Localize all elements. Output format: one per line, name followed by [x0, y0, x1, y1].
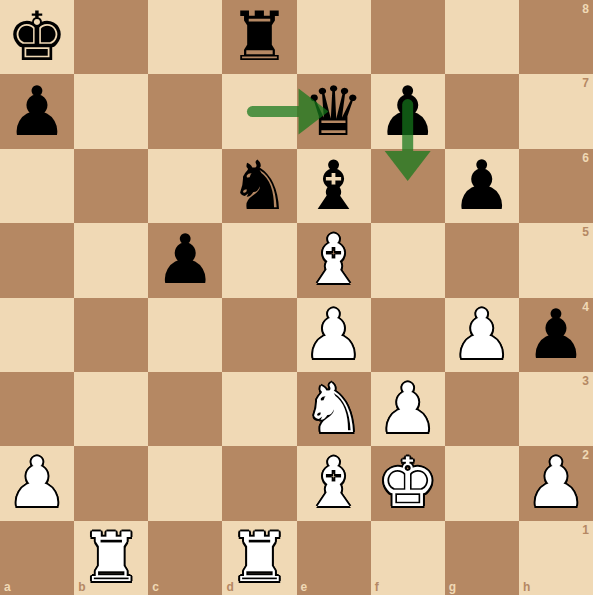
piece-black-queen-e7[interactable]: ♛	[303, 78, 364, 146]
square-g6[interactable]: ♟	[445, 149, 519, 223]
square-a1[interactable]: a	[0, 521, 74, 595]
square-d4[interactable]	[222, 298, 296, 372]
square-b3[interactable]	[74, 372, 148, 446]
file-label-b: b	[78, 581, 85, 593]
piece-white-bishop-e5[interactable]: ♝	[303, 226, 364, 294]
piece-white-rook-d1[interactable]: ♜	[229, 524, 290, 592]
square-b7[interactable]	[74, 74, 148, 148]
square-g3[interactable]	[445, 372, 519, 446]
square-c1[interactable]: c	[148, 521, 222, 595]
square-c5[interactable]: ♟	[148, 223, 222, 297]
piece-white-bishop-e2[interactable]: ♝	[303, 449, 364, 517]
piece-black-knight-d6[interactable]: ♞	[229, 152, 290, 220]
square-a4[interactable]	[0, 298, 74, 372]
square-f3[interactable]: ♟	[371, 372, 445, 446]
square-h7[interactable]: 7	[519, 74, 593, 148]
square-h3[interactable]: 3	[519, 372, 593, 446]
file-label-e: e	[301, 581, 308, 593]
square-h2[interactable]: ♟2	[519, 446, 593, 520]
piece-black-rook-d8[interactable]: ♜	[229, 3, 290, 71]
square-e5[interactable]: ♝	[297, 223, 371, 297]
rank-label-4: 4	[582, 301, 589, 313]
square-g5[interactable]	[445, 223, 519, 297]
square-e1[interactable]: e	[297, 521, 371, 595]
square-h1[interactable]: 1h	[519, 521, 593, 595]
piece-white-pawn-f3[interactable]: ♟	[377, 375, 438, 443]
piece-black-bishop-e6[interactable]: ♝	[303, 152, 364, 220]
square-d8[interactable]: ♜	[222, 0, 296, 74]
square-d3[interactable]	[222, 372, 296, 446]
rank-label-3: 3	[582, 375, 589, 387]
square-b6[interactable]	[74, 149, 148, 223]
piece-white-pawn-e4[interactable]: ♟	[303, 301, 364, 369]
square-g1[interactable]: g	[445, 521, 519, 595]
file-label-c: c	[152, 581, 159, 593]
square-c2[interactable]	[148, 446, 222, 520]
square-h8[interactable]: 8	[519, 0, 593, 74]
square-b4[interactable]	[74, 298, 148, 372]
rank-label-7: 7	[582, 77, 589, 89]
rank-label-1: 1	[582, 524, 589, 536]
square-a5[interactable]	[0, 223, 74, 297]
piece-white-rook-b1[interactable]: ♜	[81, 524, 142, 592]
piece-white-pawn-a2[interactable]: ♟	[7, 449, 68, 517]
square-g2[interactable]	[445, 446, 519, 520]
square-h4[interactable]: ♟4	[519, 298, 593, 372]
square-b2[interactable]	[74, 446, 148, 520]
square-h5[interactable]: 5	[519, 223, 593, 297]
square-e2[interactable]: ♝	[297, 446, 371, 520]
square-b1[interactable]: ♜b	[74, 521, 148, 595]
square-d2[interactable]	[222, 446, 296, 520]
rank-label-6: 6	[582, 152, 589, 164]
square-d1[interactable]: ♜d	[222, 521, 296, 595]
square-c7[interactable]	[148, 74, 222, 148]
piece-black-pawn-g6[interactable]: ♟	[451, 152, 512, 220]
square-f4[interactable]	[371, 298, 445, 372]
piece-white-pawn-g4[interactable]: ♟	[451, 301, 512, 369]
square-e7[interactable]: ♛	[297, 74, 371, 148]
square-f7[interactable]: ♟	[371, 74, 445, 148]
square-c8[interactable]	[148, 0, 222, 74]
square-b8[interactable]	[74, 0, 148, 74]
square-f1[interactable]: f	[371, 521, 445, 595]
square-f2[interactable]: ♚	[371, 446, 445, 520]
square-d5[interactable]	[222, 223, 296, 297]
square-c4[interactable]	[148, 298, 222, 372]
file-label-g: g	[449, 581, 456, 593]
piece-black-pawn-a7[interactable]: ♟	[7, 78, 68, 146]
rank-label-2: 2	[582, 449, 589, 461]
square-a7[interactable]: ♟	[0, 74, 74, 148]
piece-black-king-a8[interactable]: ♚	[7, 3, 68, 71]
rank-label-8: 8	[582, 3, 589, 15]
square-d7[interactable]	[222, 74, 296, 148]
square-g4[interactable]: ♟	[445, 298, 519, 372]
square-e8[interactable]	[297, 0, 371, 74]
file-label-d: d	[226, 581, 233, 593]
square-e4[interactable]: ♟	[297, 298, 371, 372]
square-f6[interactable]	[371, 149, 445, 223]
piece-white-king-f2[interactable]: ♚	[377, 449, 438, 517]
file-label-f: f	[375, 581, 379, 593]
square-g7[interactable]	[445, 74, 519, 148]
square-a3[interactable]	[0, 372, 74, 446]
piece-black-pawn-f7[interactable]: ♟	[377, 78, 438, 146]
rank-label-5: 5	[582, 226, 589, 238]
piece-black-pawn-c5[interactable]: ♟	[155, 226, 216, 294]
file-label-a: a	[4, 581, 11, 593]
piece-black-pawn-h4[interactable]: ♟	[525, 301, 586, 369]
square-c3[interactable]	[148, 372, 222, 446]
square-f8[interactable]	[371, 0, 445, 74]
square-e6[interactable]: ♝	[297, 149, 371, 223]
chess-board: ♚♜8♟♛♟7♞♝♟6♟♝5♟♟♟4♞♟3♟♝♚♟2a♜bc♜defg1h	[0, 0, 593, 595]
piece-white-pawn-h2[interactable]: ♟	[525, 449, 586, 517]
square-b5[interactable]	[74, 223, 148, 297]
square-e3[interactable]: ♞	[297, 372, 371, 446]
square-a6[interactable]	[0, 149, 74, 223]
square-c6[interactable]	[148, 149, 222, 223]
square-f5[interactable]	[371, 223, 445, 297]
square-g8[interactable]	[445, 0, 519, 74]
square-h6[interactable]: 6	[519, 149, 593, 223]
square-a2[interactable]: ♟	[0, 446, 74, 520]
square-a8[interactable]: ♚	[0, 0, 74, 74]
piece-white-knight-e3[interactable]: ♞	[303, 375, 364, 443]
square-d6[interactable]: ♞	[222, 149, 296, 223]
file-label-h: h	[523, 581, 530, 593]
